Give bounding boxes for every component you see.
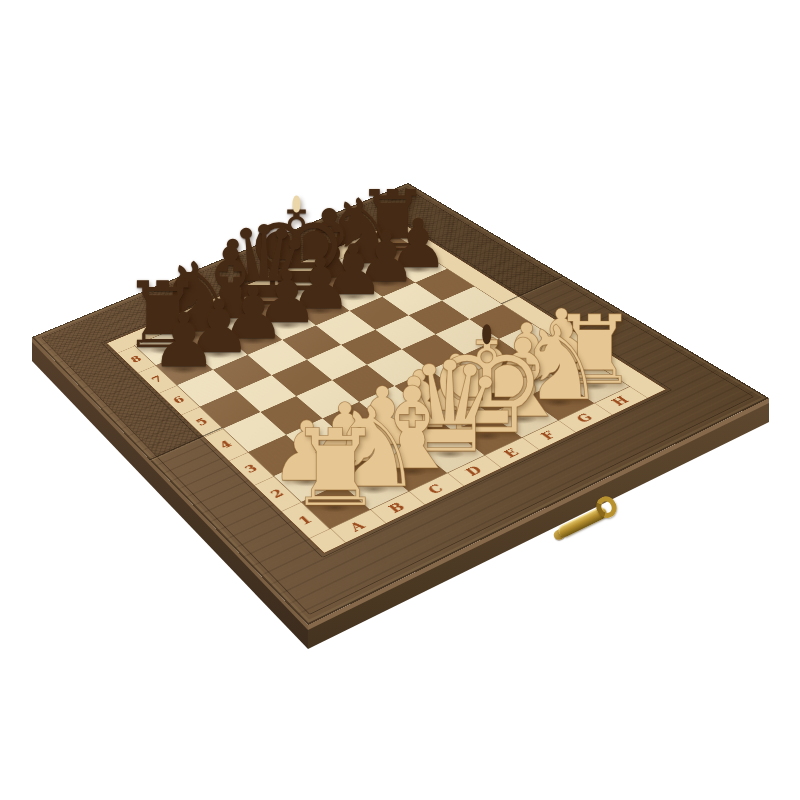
piece-black-pawn-a7[interactable]: ♟ xyxy=(151,304,218,378)
chess-board-photo: 8A7B6C5D4E3F2G1H ♜♞♝♛♚♝♞♜♟♟♟♟♟♟♟♟♟♟♟♟♟♟♟… xyxy=(0,0,800,800)
piece-white-rook-a1[interactable]: ♜ xyxy=(287,415,382,521)
